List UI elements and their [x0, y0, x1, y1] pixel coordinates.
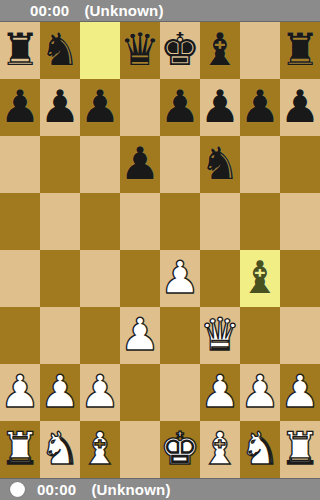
black-pawn: ♟ — [40, 84, 80, 129]
white-pawn: ♟ — [280, 369, 320, 414]
square-c7[interactable]: ♟ — [80, 79, 120, 136]
square-d4[interactable] — [120, 250, 160, 307]
black-pawn: ♟ — [240, 84, 280, 129]
square-d6[interactable]: ♟ — [120, 136, 160, 193]
white-turn-circle-icon — [10, 482, 25, 497]
white-knight: ♞ — [40, 426, 80, 471]
white-rook: ♜ — [280, 426, 320, 471]
black-pawn: ♟ — [200, 84, 240, 129]
square-d1[interactable] — [120, 421, 160, 478]
white-bishop: ♝ — [200, 426, 240, 471]
black-pawn: ♟ — [280, 84, 320, 129]
square-b7[interactable]: ♟ — [40, 79, 80, 136]
black-clock: 00:00 — [30, 2, 69, 19]
square-b6[interactable] — [40, 136, 80, 193]
square-a7[interactable]: ♟ — [0, 79, 40, 136]
white-rook: ♜ — [0, 426, 40, 471]
square-g1[interactable]: ♞ — [240, 421, 280, 478]
square-h3[interactable] — [280, 307, 320, 364]
square-h4[interactable] — [280, 250, 320, 307]
white-knight: ♞ — [240, 426, 280, 471]
square-e1[interactable]: ♚ — [160, 421, 200, 478]
square-a2[interactable]: ♟ — [0, 364, 40, 421]
white-pawn: ♟ — [80, 369, 120, 414]
black-rook: ♜ — [0, 27, 40, 72]
square-g3[interactable] — [240, 307, 280, 364]
white-queen: ♛ — [200, 312, 240, 357]
black-king: ♚ — [160, 27, 200, 72]
square-e5[interactable] — [160, 193, 200, 250]
square-f5[interactable] — [200, 193, 240, 250]
square-e2[interactable] — [160, 364, 200, 421]
square-c3[interactable] — [80, 307, 120, 364]
black-bishop: ♝ — [240, 255, 280, 300]
square-a4[interactable] — [0, 250, 40, 307]
square-a5[interactable] — [0, 193, 40, 250]
square-b4[interactable] — [40, 250, 80, 307]
square-d7[interactable] — [120, 79, 160, 136]
white-pawn: ♟ — [0, 369, 40, 414]
square-f7[interactable]: ♟ — [200, 79, 240, 136]
black-pawn: ♟ — [0, 84, 40, 129]
square-f6[interactable]: ♞ — [200, 136, 240, 193]
chess-app: 00:00 (Unknown) ♜♞♛♚♝♜♟♟♟♟♟♟♟♟♞♟♝♟♛♟♟♟♟♟… — [0, 0, 320, 500]
white-king: ♚ — [160, 426, 200, 471]
square-b5[interactable] — [40, 193, 80, 250]
white-bishop: ♝ — [80, 426, 120, 471]
square-c2[interactable]: ♟ — [80, 364, 120, 421]
white-player-bar: 00:00 (Unknown) — [0, 478, 320, 500]
white-pawn: ♟ — [160, 255, 200, 300]
white-pawn: ♟ — [120, 312, 160, 357]
square-e8[interactable]: ♚ — [160, 22, 200, 79]
square-g8[interactable] — [240, 22, 280, 79]
white-clock: 00:00 — [37, 481, 76, 498]
square-a3[interactable] — [0, 307, 40, 364]
square-c6[interactable] — [80, 136, 120, 193]
square-d5[interactable] — [120, 193, 160, 250]
square-e3[interactable] — [160, 307, 200, 364]
square-f1[interactable]: ♝ — [200, 421, 240, 478]
square-e6[interactable] — [160, 136, 200, 193]
square-b2[interactable]: ♟ — [40, 364, 80, 421]
black-rook: ♜ — [280, 27, 320, 72]
square-e4[interactable]: ♟ — [160, 250, 200, 307]
black-player-name: (Unknown) — [84, 2, 163, 19]
square-b3[interactable] — [40, 307, 80, 364]
square-h1[interactable]: ♜ — [280, 421, 320, 478]
black-player-bar: 00:00 (Unknown) — [0, 0, 320, 22]
white-pawn: ♟ — [40, 369, 80, 414]
square-h5[interactable] — [280, 193, 320, 250]
square-h2[interactable]: ♟ — [280, 364, 320, 421]
square-c1[interactable]: ♝ — [80, 421, 120, 478]
square-f2[interactable]: ♟ — [200, 364, 240, 421]
square-d2[interactable] — [120, 364, 160, 421]
square-h7[interactable]: ♟ — [280, 79, 320, 136]
black-queen: ♛ — [120, 27, 160, 72]
square-e7[interactable]: ♟ — [160, 79, 200, 136]
black-pawn: ♟ — [80, 84, 120, 129]
square-g2[interactable]: ♟ — [240, 364, 280, 421]
black-pawn: ♟ — [160, 84, 200, 129]
square-f4[interactable] — [200, 250, 240, 307]
square-c8[interactable] — [80, 22, 120, 79]
square-f8[interactable]: ♝ — [200, 22, 240, 79]
white-player-name: (Unknown) — [91, 481, 170, 498]
square-f3[interactable]: ♛ — [200, 307, 240, 364]
square-d3[interactable]: ♟ — [120, 307, 160, 364]
black-pawn: ♟ — [120, 141, 160, 186]
square-a6[interactable] — [0, 136, 40, 193]
square-g4[interactable]: ♝ — [240, 250, 280, 307]
white-pawn: ♟ — [240, 369, 280, 414]
black-knight: ♞ — [40, 27, 80, 72]
square-g6[interactable] — [240, 136, 280, 193]
square-b8[interactable]: ♞ — [40, 22, 80, 79]
square-d8[interactable]: ♛ — [120, 22, 160, 79]
chess-board: ♜♞♛♚♝♜♟♟♟♟♟♟♟♟♞♟♝♟♛♟♟♟♟♟♟♜♞♝♚♝♞♜ — [0, 22, 320, 478]
square-g5[interactable] — [240, 193, 280, 250]
black-knight: ♞ — [200, 141, 240, 186]
white-pawn: ♟ — [200, 369, 240, 414]
square-a8[interactable]: ♜ — [0, 22, 40, 79]
square-g7[interactable]: ♟ — [240, 79, 280, 136]
square-a1[interactable]: ♜ — [0, 421, 40, 478]
square-h8[interactable]: ♜ — [280, 22, 320, 79]
square-h6[interactable] — [280, 136, 320, 193]
square-c5[interactable] — [80, 193, 120, 250]
black-bishop: ♝ — [200, 27, 240, 72]
square-b1[interactable]: ♞ — [40, 421, 80, 478]
square-c4[interactable] — [80, 250, 120, 307]
